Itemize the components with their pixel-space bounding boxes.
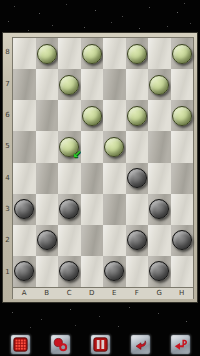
checker-green[interactable]: [172, 106, 192, 126]
square-h4[interactable]: [171, 163, 194, 194]
square-c1[interactable]: [58, 256, 81, 287]
square-c5[interactable]: ↙: [58, 131, 81, 162]
square-h1[interactable]: [171, 256, 194, 287]
checker-black[interactable]: [127, 230, 147, 250]
checker-green[interactable]: [82, 106, 102, 126]
checker-black[interactable]: [149, 261, 169, 281]
square-f2[interactable]: [126, 225, 149, 256]
checker-black[interactable]: [14, 199, 34, 219]
row-label-4: 4: [3, 163, 12, 194]
starfield-background: [0, 0, 1, 1]
row-label-2: 2: [3, 225, 12, 256]
row-labels: 87654321: [3, 37, 12, 288]
column-label-b: B: [36, 288, 59, 299]
checkers-app: 87654321 ↙ ABCDEFGH: [0, 0, 200, 356]
bent-arrow-icon: [133, 337, 148, 352]
row-label-8: 8: [3, 37, 12, 68]
column-label-f: F: [126, 288, 149, 299]
square-a8[interactable]: [13, 38, 36, 69]
square-f6[interactable]: [126, 100, 149, 131]
square-e5[interactable]: [103, 131, 126, 162]
checker-green[interactable]: [59, 75, 79, 95]
square-h7[interactable]: [171, 69, 194, 100]
square-b5[interactable]: [36, 131, 59, 162]
square-c2[interactable]: [58, 225, 81, 256]
square-a6[interactable]: [13, 100, 36, 131]
square-g3[interactable]: [148, 194, 171, 225]
square-e7[interactable]: [103, 69, 126, 100]
pause-icon: [93, 337, 108, 352]
square-f1[interactable]: [126, 256, 149, 287]
square-d2[interactable]: [81, 225, 104, 256]
square-e2[interactable]: [103, 225, 126, 256]
square-f5[interactable]: [126, 131, 149, 162]
square-d4[interactable]: [81, 163, 104, 194]
square-c4[interactable]: [58, 163, 81, 194]
checker-black[interactable]: [104, 261, 124, 281]
square-f3[interactable]: [126, 194, 149, 225]
checker-black[interactable]: [127, 168, 147, 188]
toolbar-button-pause[interactable]: [90, 334, 111, 355]
square-g7[interactable]: [148, 69, 171, 100]
column-label-a: A: [13, 288, 36, 299]
square-h2[interactable]: [171, 225, 194, 256]
square-g5[interactable]: [148, 131, 171, 162]
column-label-d: D: [81, 288, 104, 299]
pieces-icon: [53, 337, 68, 352]
square-a4[interactable]: [13, 163, 36, 194]
checker-black[interactable]: [59, 261, 79, 281]
square-c8[interactable]: [58, 38, 81, 69]
checker-green[interactable]: [172, 44, 192, 64]
square-b1[interactable]: [36, 256, 59, 287]
checker-black[interactable]: [37, 230, 57, 250]
square-b3[interactable]: [36, 194, 59, 225]
column-label-e: E: [103, 288, 126, 299]
square-a1[interactable]: [13, 256, 36, 287]
square-e8[interactable]: [103, 38, 126, 69]
row-label-6: 6: [3, 100, 12, 131]
checkers-board: 87654321 ↙ ABCDEFGH: [2, 32, 198, 303]
square-h5[interactable]: [171, 131, 194, 162]
undo-p-arrow-icon: [173, 337, 188, 352]
square-d7[interactable]: [81, 69, 104, 100]
checker-green[interactable]: [149, 75, 169, 95]
row-label-3: 3: [3, 194, 12, 225]
column-labels: ABCDEFGH: [12, 288, 194, 299]
square-f8[interactable]: [126, 38, 149, 69]
square-f7[interactable]: [126, 69, 149, 100]
square-b8[interactable]: [36, 38, 59, 69]
square-g8[interactable]: [148, 38, 171, 69]
square-b4[interactable]: [36, 163, 59, 194]
row-label-1: 1: [3, 257, 12, 288]
checker-black[interactable]: [172, 230, 192, 250]
square-h8[interactable]: [171, 38, 194, 69]
square-g2[interactable]: [148, 225, 171, 256]
toolbar-button-move-now[interactable]: [130, 334, 151, 355]
checker-black[interactable]: [14, 261, 34, 281]
toolbar-button-pieces[interactable]: [50, 334, 71, 355]
square-d6[interactable]: [81, 100, 104, 131]
square-h6[interactable]: [171, 100, 194, 131]
square-e3[interactable]: [103, 194, 126, 225]
square-e1[interactable]: [103, 256, 126, 287]
square-c3[interactable]: [58, 194, 81, 225]
column-label-g: G: [148, 288, 171, 299]
square-g1[interactable]: [148, 256, 171, 287]
checker-green[interactable]: [104, 137, 124, 157]
square-b7[interactable]: [36, 69, 59, 100]
square-a3[interactable]: [13, 194, 36, 225]
toolbar-button-menu[interactable]: [10, 334, 31, 355]
column-label-h: H: [171, 288, 194, 299]
square-g4[interactable]: [148, 163, 171, 194]
square-a5[interactable]: [13, 131, 36, 162]
square-h3[interactable]: [171, 194, 194, 225]
square-d8[interactable]: [81, 38, 104, 69]
square-a2[interactable]: [13, 225, 36, 256]
grid-icon: [13, 337, 28, 352]
row-label-5: 5: [3, 131, 12, 162]
checker-black[interactable]: [149, 199, 169, 219]
column-label-c: C: [58, 288, 81, 299]
square-g6[interactable]: [148, 100, 171, 131]
checker-green[interactable]: [127, 106, 147, 126]
checker-green[interactable]: [37, 44, 57, 64]
board-grid: ↙: [12, 37, 194, 288]
square-b2[interactable]: [36, 225, 59, 256]
square-d1[interactable]: [81, 256, 104, 287]
square-f4[interactable]: [126, 163, 149, 194]
square-e4[interactable]: [103, 163, 126, 194]
toolbar-button-take-back[interactable]: [170, 334, 191, 355]
checker-green[interactable]: [82, 44, 102, 64]
row-label-7: 7: [3, 68, 12, 99]
square-d3[interactable]: [81, 194, 104, 225]
checker-green[interactable]: [127, 44, 147, 64]
square-c7[interactable]: [58, 69, 81, 100]
checker-green[interactable]: [59, 137, 79, 157]
checker-black[interactable]: [59, 199, 79, 219]
square-d5[interactable]: [81, 131, 104, 162]
square-a7[interactable]: [13, 69, 36, 100]
square-b6[interactable]: [36, 100, 59, 131]
square-e6[interactable]: [103, 100, 126, 131]
square-c6[interactable]: [58, 100, 81, 131]
